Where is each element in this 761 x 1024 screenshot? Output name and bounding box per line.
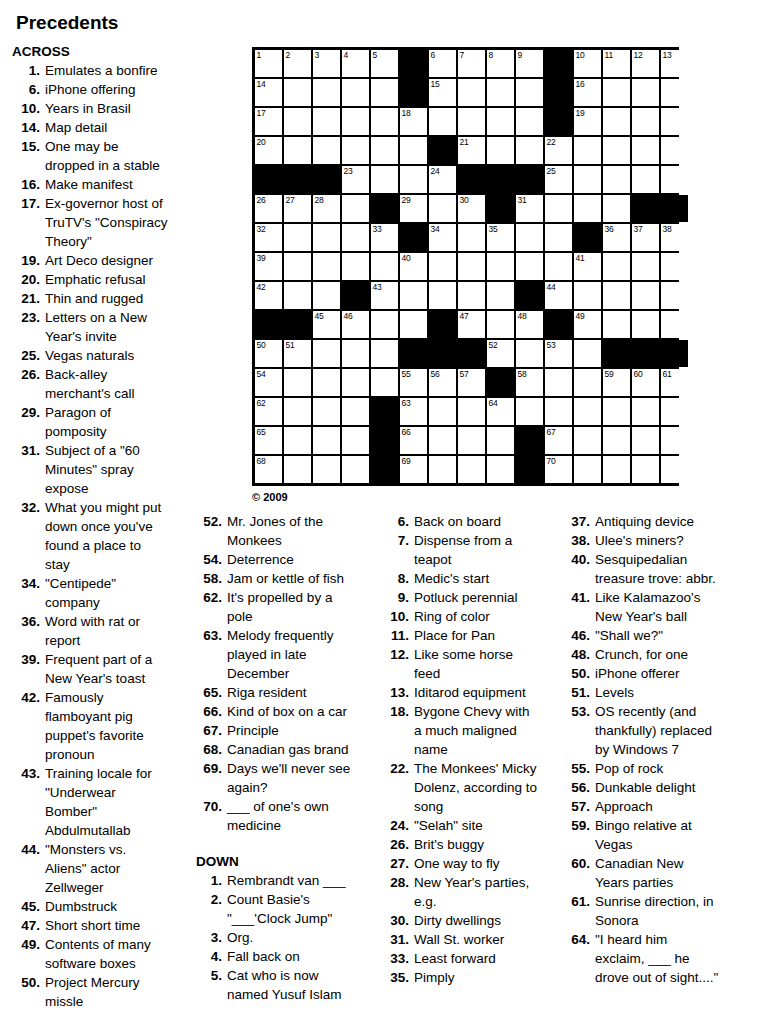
clue-across-16: 16.Make manifest [12,175,184,194]
cell-r13c15[interactable] [661,398,688,425]
cell-number-63: 63 [402,399,411,408]
cell-r9c6[interactable] [400,282,427,309]
cell-r10c9[interactable] [487,311,514,338]
cell-r4c3[interactable] [313,137,340,164]
cell-r3c13[interactable] [603,108,630,135]
cell-r8c4[interactable] [342,253,369,280]
clue-text: "Monsters vs. Aliens" actor Zellweger [45,840,126,897]
cell-r15c6[interactable]: 69 [400,456,427,483]
clue-across-67: 67.Principle [194,721,377,740]
cell-r7c1[interactable]: 32 [255,224,282,251]
cell-r13c8[interactable] [458,398,485,425]
cell-number-32: 32 [257,225,266,234]
black-cell-r11c14 [632,340,659,367]
cell-r6c10[interactable]: 31 [516,195,543,222]
clue-text: Levels [595,683,634,702]
cell-r14c4[interactable] [342,427,369,454]
cell-r14c1[interactable]: 65 [255,427,282,454]
cell-r2c1[interactable]: 14 [255,79,282,106]
cell-r3c10[interactable] [516,108,543,135]
cell-r10c4[interactable]: 46 [342,311,369,338]
cell-r13c9[interactable]: 64 [487,398,514,425]
cell-r10c6[interactable] [400,311,427,338]
cell-r12c14[interactable]: 60 [632,369,659,396]
clue-text: Wall St. worker [414,930,504,949]
clue-down-27: 27.One way to fly [381,854,558,873]
cell-r2c3[interactable] [313,79,340,106]
cell-r3c9[interactable] [487,108,514,135]
cell-number-23: 23 [344,167,353,176]
cell-r8c1[interactable]: 39 [255,253,282,280]
cell-r13c10[interactable] [516,398,543,425]
cell-number-31: 31 [518,196,527,205]
cell-r2c9[interactable] [487,79,514,106]
cell-r7c4[interactable] [342,224,369,251]
clue-text: Count Basie's "___'Clock Jump" [227,890,332,928]
cell-number-50: 50 [257,341,266,350]
cell-r3c4[interactable] [342,108,369,135]
cell-r3c15[interactable] [661,108,688,135]
cell-r4c6[interactable] [400,137,427,164]
cell-number-57: 57 [460,370,469,379]
clue-down-50: 50.iPhone offerer [562,664,754,683]
cell-number-66: 66 [402,428,411,437]
cell-r12c5[interactable] [371,369,398,396]
cell-r14c12[interactable] [574,427,601,454]
cell-r5c4[interactable]: 23 [342,166,369,193]
cell-r2c8[interactable] [458,79,485,106]
cell-r11c5[interactable] [371,340,398,367]
cell-r10c12[interactable]: 49 [574,311,601,338]
cell-r15c2[interactable] [284,456,311,483]
cell-number-55: 55 [402,370,411,379]
cell-number-68: 68 [257,457,266,466]
cell-r12c7[interactable]: 56 [429,369,456,396]
cell-r6c1[interactable]: 26 [255,195,282,222]
cell-r1c5[interactable]: 5 [371,50,398,77]
cell-r15c13[interactable] [603,456,630,483]
cell-r12c2[interactable] [284,369,311,396]
cell-r10c8[interactable]: 47 [458,311,485,338]
clue-number: 22. [381,759,409,778]
clue-across-21: 21.Thin and rugged [12,289,184,308]
cell-r13c4[interactable] [342,398,369,425]
cell-number-42: 42 [257,283,266,292]
across-clues-column-1: 1.Emulates a bonfire6.iPhone offering10.… [12,61,184,1011]
cell-r1c13[interactable]: 11 [603,50,630,77]
clue-text: Iditarod equipment [414,683,526,702]
cell-r14c3[interactable] [313,427,340,454]
cell-r4c5[interactable] [371,137,398,164]
cell-r6c3[interactable]: 28 [313,195,340,222]
cell-r13c1[interactable]: 62 [255,398,282,425]
cell-r11c10[interactable] [516,340,543,367]
cell-r7c10[interactable] [516,224,543,251]
cell-r12c12[interactable] [574,369,601,396]
cell-number-41: 41 [576,254,585,263]
cell-r10c5[interactable] [371,311,398,338]
cell-number-54: 54 [257,370,266,379]
clue-text: Years in Brasil [45,99,131,118]
clue-across-42: 42.Famously flamboyant pig puppet's favo… [12,688,184,764]
cell-r3c12[interactable]: 19 [574,108,601,135]
cell-number-48: 48 [518,312,527,321]
cell-r3c3[interactable] [313,108,340,135]
clue-text: Ring of color [414,607,490,626]
cell-r13c2[interactable] [284,398,311,425]
clue-text: Potluck perennial [414,588,518,607]
clue-text: Melody frequently played in late Decembe… [227,626,334,683]
cell-r1c8[interactable]: 7 [458,50,485,77]
clue-number: 11. [381,626,409,645]
cell-r2c15[interactable] [661,79,688,106]
cell-r15c8[interactable] [458,456,485,483]
clue-text: Pop of rock [595,759,663,778]
cell-r8c6[interactable]: 40 [400,253,427,280]
cell-r8c2[interactable] [284,253,311,280]
cell-r14c8[interactable] [458,427,485,454]
clue-number: 21. [12,289,40,308]
clue-text: Short short time [45,916,140,935]
clue-text: Word with rat or report [45,612,140,650]
clue-number: 17. [12,194,40,213]
cell-r5c5[interactable] [371,166,398,193]
cell-r11c9[interactable]: 52 [487,340,514,367]
clue-text: Canadian gas brand [227,740,349,759]
cell-r2c13[interactable] [603,79,630,106]
cell-number-65: 65 [257,428,266,437]
cell-r4c14[interactable] [632,137,659,164]
cell-r13c3[interactable] [313,398,340,425]
cell-r13c14[interactable] [632,398,659,425]
cell-r12c1[interactable]: 54 [255,369,282,396]
cell-r1c14[interactable]: 12 [632,50,659,77]
cell-r14c6[interactable]: 66 [400,427,427,454]
cell-r15c1[interactable]: 68 [255,456,282,483]
clue-down-56: 56.Dunkable delight [562,778,754,797]
cell-r2c4[interactable] [342,79,369,106]
cell-r3c14[interactable] [632,108,659,135]
cell-r8c15[interactable] [661,253,688,280]
cell-r4c12[interactable] [574,137,601,164]
cell-r15c7[interactable] [429,456,456,483]
cell-r7c15[interactable]: 38 [661,224,688,251]
cell-r5c14[interactable] [632,166,659,193]
cell-number-24: 24 [431,167,440,176]
cell-number-2: 2 [286,51,291,60]
cell-r2c10[interactable] [516,79,543,106]
cell-r6c4[interactable] [342,195,369,222]
cell-r9c14[interactable] [632,282,659,309]
cell-r11c12[interactable] [574,340,601,367]
cell-number-67: 67 [547,428,556,437]
black-cell-r5c9 [487,166,514,193]
cell-r5c13[interactable] [603,166,630,193]
cell-number-59: 59 [605,370,614,379]
clue-number: 7. [381,531,409,550]
clue-across-19: 19.Art Deco designer [12,251,184,270]
cell-r15c9[interactable] [487,456,514,483]
cell-r12c10[interactable]: 58 [516,369,543,396]
cell-number-39: 39 [257,254,266,263]
cell-r9c5[interactable]: 43 [371,282,398,309]
cell-r13c12[interactable] [574,398,601,425]
cell-r1c12[interactable]: 10 [574,50,601,77]
cell-r1c3[interactable]: 3 [313,50,340,77]
black-cell-r2c6 [400,79,427,106]
cell-r2c12[interactable]: 16 [574,79,601,106]
clue-text: Back-alley merchant's call [45,365,135,403]
cell-r8c7[interactable] [429,253,456,280]
clue-number: 42. [12,688,40,707]
cell-r10c15[interactable] [661,311,688,338]
cell-r5c6[interactable] [400,166,427,193]
clue-text: Least forward [414,949,496,968]
cell-r1c9[interactable]: 8 [487,50,514,77]
down-clues-column-4: 37.Antiquing device38.Ulee's miners?40.S… [562,512,754,987]
cell-r10c13[interactable] [603,311,630,338]
cell-r9c7[interactable] [429,282,456,309]
cell-r3c1[interactable]: 17 [255,108,282,135]
cell-r7c8[interactable] [458,224,485,251]
down-header: DOWN [196,852,377,871]
cell-r3c5[interactable] [371,108,398,135]
clue-number: 45. [12,897,40,916]
cell-number-15: 15 [431,80,440,89]
cell-number-3: 3 [315,51,320,60]
cell-r1c10[interactable]: 9 [516,50,543,77]
cell-r14c15[interactable] [661,427,688,454]
clue-down-10: 10.Ring of color [381,607,558,626]
cell-r15c11[interactable]: 70 [545,456,572,483]
cell-r8c13[interactable] [603,253,630,280]
cell-r12c11[interactable] [545,369,572,396]
cell-r7c3[interactable] [313,224,340,251]
clue-number: 48. [562,645,590,664]
cell-r8c5[interactable] [371,253,398,280]
cell-r15c14[interactable] [632,456,659,483]
cell-r7c9[interactable]: 35 [487,224,514,251]
cell-number-56: 56 [431,370,440,379]
cell-r9c9[interactable] [487,282,514,309]
cell-r6c12[interactable] [574,195,601,222]
clue-text: Subject of a "60 Minutes" spray expose [45,441,140,498]
cell-r8c11[interactable] [545,253,572,280]
cell-number-60: 60 [634,370,643,379]
cell-r12c3[interactable] [313,369,340,396]
clue-text: Sunrise direction, in Sonora [595,892,714,930]
clue-down-7: 7.Dispense from a teapot [381,531,558,569]
cell-r14c13[interactable] [603,427,630,454]
cell-number-18: 18 [402,109,411,118]
cell-r14c11[interactable]: 67 [545,427,572,454]
cell-r10c10[interactable]: 48 [516,311,543,338]
cell-r4c8[interactable]: 21 [458,137,485,164]
cell-r9c3[interactable] [313,282,340,309]
cell-r10c3[interactable]: 45 [313,311,340,338]
cell-r9c15[interactable] [661,282,688,309]
clue-number: 37. [562,512,590,531]
cell-r6c2[interactable]: 27 [284,195,311,222]
cell-r15c12[interactable] [574,456,601,483]
clue-text: Brit's buggy [414,835,484,854]
cell-number-22: 22 [547,138,556,147]
black-cell-r11c6 [400,340,427,367]
cell-r15c15[interactable] [661,456,688,483]
cell-r4c4[interactable] [342,137,369,164]
cell-r7c2[interactable] [284,224,311,251]
cell-r9c1[interactable]: 42 [255,282,282,309]
cell-r1c7[interactable]: 6 [429,50,456,77]
clue-text: Canadian New Years parties [595,854,684,892]
cell-r7c14[interactable]: 37 [632,224,659,251]
cell-r3c8[interactable] [458,108,485,135]
cell-r15c4[interactable] [342,456,369,483]
cell-r4c15[interactable] [661,137,688,164]
cell-r10c14[interactable] [632,311,659,338]
cell-r4c10[interactable] [516,137,543,164]
cell-number-8: 8 [489,51,494,60]
clue-down-40: 40.Sesquipedalian treasure trove: abbr. [562,550,754,588]
cell-number-36: 36 [605,225,614,234]
crossword-grid[interactable]: 1234567891011121314151617181920212223242… [252,47,679,486]
cell-r9c13[interactable] [603,282,630,309]
clue-number: 2. [194,890,222,909]
clue-number: 30. [381,911,409,930]
clue-text: Days we'll never see again? [227,759,350,797]
clue-text: Approach [595,797,653,816]
cell-r6c7[interactable] [429,195,456,222]
clue-number: 47. [12,916,40,935]
cell-r2c14[interactable] [632,79,659,106]
clue-down-8: 8.Medic's start [381,569,558,588]
cell-r12c8[interactable]: 57 [458,369,485,396]
cell-r3c7[interactable] [429,108,456,135]
clue-across-68: 68.Canadian gas brand [194,740,377,759]
cell-number-13: 13 [663,51,672,60]
cell-r5c7[interactable]: 24 [429,166,456,193]
cell-r1c15[interactable]: 13 [661,50,688,77]
clue-across-43: 43.Training locale for "Underwear Bomber… [12,764,184,840]
cell-r9c12[interactable] [574,282,601,309]
cell-r7c5[interactable]: 33 [371,224,398,251]
cell-r12c13[interactable]: 59 [603,369,630,396]
cell-r1c4[interactable]: 4 [342,50,369,77]
cell-r7c7[interactable]: 34 [429,224,456,251]
cell-r12c15[interactable]: 61 [661,369,688,396]
cell-r8c12[interactable]: 41 [574,253,601,280]
cell-r1c2[interactable]: 2 [284,50,311,77]
cell-r14c7[interactable] [429,427,456,454]
clue-number: 66. [194,702,222,721]
cell-r2c2[interactable] [284,79,311,106]
clue-number: 31. [381,930,409,949]
cell-r8c9[interactable] [487,253,514,280]
cell-number-4: 4 [344,51,349,60]
black-cell-r15c5 [371,456,398,483]
cell-r4c1[interactable]: 20 [255,137,282,164]
clue-text: "Centipede" company [45,574,116,612]
clue-number: 43. [12,764,40,783]
cell-r14c14[interactable] [632,427,659,454]
cell-r12c6[interactable]: 55 [400,369,427,396]
clue-across-44: 44."Monsters vs. Aliens" actor Zellweger [12,840,184,897]
cell-r13c11[interactable] [545,398,572,425]
cell-r1c1[interactable]: 1 [255,50,282,77]
cell-r5c11[interactable]: 25 [545,166,572,193]
clue-number: 51. [562,683,590,702]
cell-r13c13[interactable] [603,398,630,425]
cell-r4c11[interactable]: 22 [545,137,572,164]
clue-across-6: 6.iPhone offering [12,80,184,99]
cell-r6c8[interactable]: 30 [458,195,485,222]
cell-r13c6[interactable]: 63 [400,398,427,425]
cell-r9c8[interactable] [458,282,485,309]
cell-r4c2[interactable] [284,137,311,164]
clue-text: Dumbstruck [45,897,117,916]
cell-r11c4[interactable] [342,340,369,367]
cell-r4c9[interactable] [487,137,514,164]
clue-text: Art Deco designer [45,251,153,270]
black-cell-r10c1 [255,311,282,338]
cell-r14c9[interactable] [487,427,514,454]
cell-r14c2[interactable] [284,427,311,454]
cell-r8c8[interactable] [458,253,485,280]
clue-text: Fall back on [227,947,300,966]
cell-r6c13[interactable] [603,195,630,222]
clue-number: 52. [194,512,222,531]
cell-r3c2[interactable] [284,108,311,135]
clue-across-39: 39.Frequent part of a New Year's toast [12,650,184,688]
cell-r12c4[interactable] [342,369,369,396]
clue-number: 24. [381,816,409,835]
cell-r8c3[interactable] [313,253,340,280]
cell-r13c7[interactable] [429,398,456,425]
cell-r6c11[interactable] [545,195,572,222]
cell-r7c11[interactable] [545,224,572,251]
clue-number: 26. [381,835,409,854]
cell-r9c11[interactable]: 44 [545,282,572,309]
cell-number-64: 64 [489,399,498,408]
cell-r8c10[interactable] [516,253,543,280]
clue-down-41: 41.Like Kalamazoo's New Year's ball [562,588,754,626]
cell-r3c6[interactable]: 18 [400,108,427,135]
cell-r11c3[interactable] [313,340,340,367]
cell-r5c15[interactable] [661,166,688,193]
clue-text: The Monkees' Micky Dolenz, according to … [414,759,537,816]
cell-r2c7[interactable]: 15 [429,79,456,106]
clue-across-36: 36.Word with rat or report [12,612,184,650]
clue-text: Medic's start [414,569,489,588]
cell-r9c2[interactable] [284,282,311,309]
cell-r15c3[interactable] [313,456,340,483]
cell-r4c13[interactable] [603,137,630,164]
cell-r7c13[interactable]: 36 [603,224,630,251]
clue-text: Rembrandt van ___ [227,871,346,890]
cell-r5c12[interactable] [574,166,601,193]
cell-number-9: 9 [518,51,523,60]
clue-number: 1. [12,61,40,80]
cell-r11c1[interactable]: 50 [255,340,282,367]
cell-r11c2[interactable]: 51 [284,340,311,367]
cell-r2c5[interactable] [371,79,398,106]
clue-down-26: 26.Brit's buggy [381,835,558,854]
cell-r8c14[interactable] [632,253,659,280]
cell-r11c11[interactable]: 53 [545,340,572,367]
cell-r6c6[interactable]: 29 [400,195,427,222]
cell-number-58: 58 [518,370,527,379]
black-cell-r6c9 [487,195,514,222]
